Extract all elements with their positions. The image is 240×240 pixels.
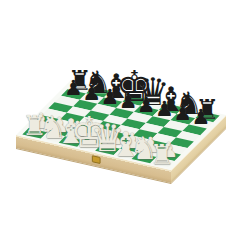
clasp-icon	[92, 155, 101, 164]
chess-set-product-photo: ♜♞♟♝♟♚♟♛♟♝♟♞♟♜♟♟♟♟♜♟♞♟♝♟♚♟♛♟♝♟♞♜	[0, 0, 240, 240]
